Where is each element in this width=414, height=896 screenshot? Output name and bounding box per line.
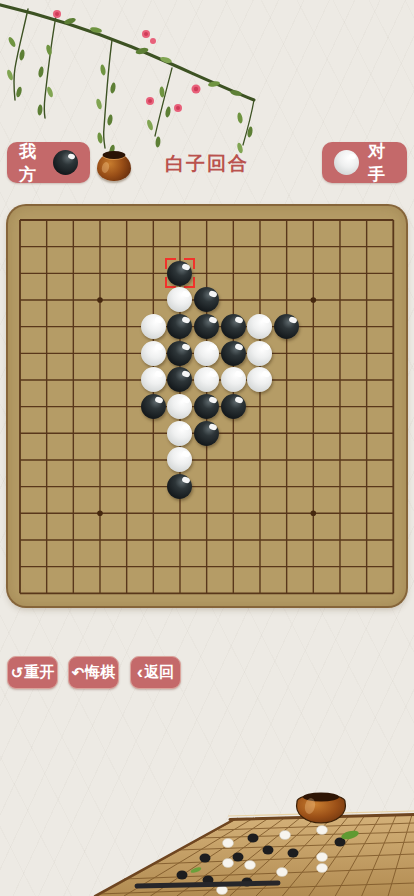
app-screen: 我方 白子回合 对手 ↺ 重开 ↶ 悔棋 ‹ 返回 bbox=[0, 0, 414, 896]
black-stone bbox=[141, 394, 166, 419]
black-stone bbox=[194, 421, 219, 446]
illustration-stones bbox=[177, 826, 346, 895]
black-stone bbox=[221, 314, 246, 339]
gomoku-board[interactable] bbox=[8, 206, 406, 606]
restart-icon: ↺ bbox=[11, 665, 24, 680]
opponent-label: 对手 bbox=[368, 140, 395, 186]
white-stone bbox=[141, 314, 166, 339]
restart-button[interactable]: ↺ 重开 bbox=[7, 656, 58, 689]
footer-goboard-illustration bbox=[0, 786, 414, 896]
stone-stick bbox=[137, 883, 278, 886]
back-button[interactable]: ‹ 返回 bbox=[130, 656, 181, 689]
white-stone bbox=[194, 341, 219, 366]
white-stone bbox=[141, 341, 166, 366]
black-stone bbox=[221, 341, 246, 366]
bowl-illustration bbox=[297, 793, 346, 824]
leaf-small bbox=[190, 866, 202, 874]
black-stone bbox=[221, 394, 246, 419]
blossoms bbox=[53, 10, 201, 112]
back-chevron-icon: ‹ bbox=[137, 662, 143, 681]
leaf bbox=[340, 829, 359, 841]
blossom-branch-decoration bbox=[0, 0, 280, 160]
leaves bbox=[6, 17, 253, 156]
undo-icon: ↶ bbox=[72, 665, 85, 680]
opponent-badge: 对手 bbox=[322, 142, 407, 183]
white-stone-icon bbox=[334, 150, 359, 175]
undo-button[interactable]: ↶ 悔棋 bbox=[68, 656, 119, 689]
